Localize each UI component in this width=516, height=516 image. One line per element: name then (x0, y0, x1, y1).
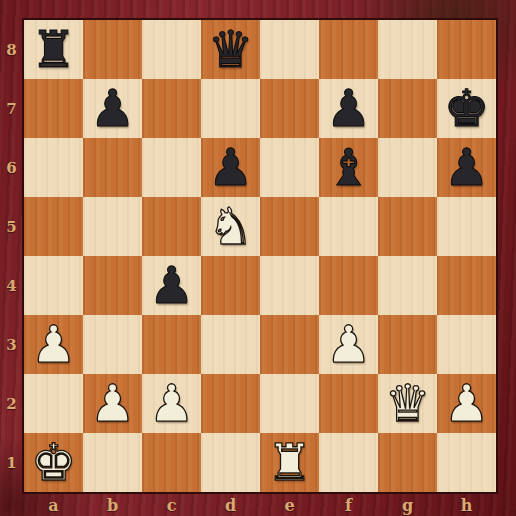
square-b3[interactable] (83, 315, 142, 374)
file-label-b: b (83, 494, 142, 516)
square-g5[interactable] (378, 197, 437, 256)
square-b5[interactable] (83, 197, 142, 256)
square-f2[interactable] (319, 374, 378, 433)
square-b4[interactable] (83, 256, 142, 315)
file-label-f: f (319, 494, 378, 516)
square-b6[interactable] (83, 138, 142, 197)
square-h5[interactable] (437, 197, 496, 256)
square-c8[interactable] (142, 20, 201, 79)
piece-white-queen-g2[interactable]: ♛ (378, 374, 437, 433)
square-f7[interactable]: ♟ (319, 79, 378, 138)
square-c4[interactable]: ♟ (142, 256, 201, 315)
rank-label-1: 1 (0, 433, 23, 492)
square-a1[interactable]: ♚ (24, 433, 83, 492)
square-g2[interactable]: ♛ (378, 374, 437, 433)
square-a7[interactable] (24, 79, 83, 138)
square-d7[interactable] (201, 79, 260, 138)
square-a3[interactable]: ♟ (24, 315, 83, 374)
square-g6[interactable] (378, 138, 437, 197)
file-label-h: h (437, 494, 496, 516)
square-c2[interactable]: ♟ (142, 374, 201, 433)
piece-black-pawn-d6[interactable]: ♟ (201, 138, 260, 197)
square-g7[interactable] (378, 79, 437, 138)
square-c3[interactable] (142, 315, 201, 374)
square-b1[interactable] (83, 433, 142, 492)
rank-label-4: 4 (0, 256, 23, 315)
square-f6[interactable]: ♝ (319, 138, 378, 197)
square-d2[interactable] (201, 374, 260, 433)
square-d4[interactable] (201, 256, 260, 315)
rank-label-8: 8 (0, 20, 23, 79)
square-e1[interactable]: ♜ (260, 433, 319, 492)
square-e8[interactable] (260, 20, 319, 79)
rank-label-3: 3 (0, 315, 23, 374)
square-b7[interactable]: ♟ (83, 79, 142, 138)
square-b8[interactable] (83, 20, 142, 79)
piece-white-rook-e1[interactable]: ♜ (260, 433, 319, 492)
square-g1[interactable] (378, 433, 437, 492)
square-d3[interactable] (201, 315, 260, 374)
file-label-e: e (260, 494, 319, 516)
piece-white-pawn-h2[interactable]: ♟ (437, 374, 496, 433)
square-f8[interactable] (319, 20, 378, 79)
piece-white-pawn-a3[interactable]: ♟ (24, 315, 83, 374)
square-c5[interactable] (142, 197, 201, 256)
file-label-d: d (201, 494, 260, 516)
piece-black-rook-a8[interactable]: ♜ (24, 20, 83, 79)
square-f4[interactable] (319, 256, 378, 315)
square-h4[interactable] (437, 256, 496, 315)
square-g4[interactable] (378, 256, 437, 315)
square-h8[interactable] (437, 20, 496, 79)
square-g8[interactable] (378, 20, 437, 79)
piece-black-king-h7[interactable]: ♚ (437, 79, 496, 138)
piece-black-pawn-c4[interactable]: ♟ (142, 256, 201, 315)
square-e5[interactable] (260, 197, 319, 256)
piece-black-queen-d8[interactable]: ♛ (201, 20, 260, 79)
square-f1[interactable] (319, 433, 378, 492)
square-b2[interactable]: ♟ (83, 374, 142, 433)
square-a8[interactable]: ♜ (24, 20, 83, 79)
square-c7[interactable] (142, 79, 201, 138)
square-d5[interactable]: ♞ (201, 197, 260, 256)
square-d1[interactable] (201, 433, 260, 492)
file-label-c: c (142, 494, 201, 516)
square-a2[interactable] (24, 374, 83, 433)
square-f5[interactable] (319, 197, 378, 256)
square-h1[interactable] (437, 433, 496, 492)
piece-white-king-a1[interactable]: ♚ (24, 433, 83, 492)
square-e7[interactable] (260, 79, 319, 138)
square-d8[interactable]: ♛ (201, 20, 260, 79)
square-h6[interactable]: ♟ (437, 138, 496, 197)
piece-white-knight-d5[interactable]: ♞ (201, 197, 260, 256)
square-d6[interactable]: ♟ (201, 138, 260, 197)
piece-black-pawn-f7[interactable]: ♟ (319, 79, 378, 138)
square-a5[interactable] (24, 197, 83, 256)
square-a4[interactable] (24, 256, 83, 315)
square-c1[interactable] (142, 433, 201, 492)
square-f3[interactable]: ♟ (319, 315, 378, 374)
piece-black-bishop-f6[interactable]: ♝ (319, 138, 378, 197)
square-a6[interactable] (24, 138, 83, 197)
square-h7[interactable]: ♚ (437, 79, 496, 138)
square-e2[interactable] (260, 374, 319, 433)
square-g3[interactable] (378, 315, 437, 374)
square-h2[interactable]: ♟ (437, 374, 496, 433)
square-e4[interactable] (260, 256, 319, 315)
rank-label-2: 2 (0, 374, 23, 433)
file-label-g: g (378, 494, 437, 516)
piece-black-pawn-b7[interactable]: ♟ (83, 79, 142, 138)
square-c6[interactable] (142, 138, 201, 197)
square-e6[interactable] (260, 138, 319, 197)
piece-white-pawn-f3[interactable]: ♟ (319, 315, 378, 374)
piece-black-pawn-h6[interactable]: ♟ (437, 138, 496, 197)
square-h3[interactable] (437, 315, 496, 374)
piece-white-pawn-b2[interactable]: ♟ (83, 374, 142, 433)
rank-label-6: 6 (0, 138, 23, 197)
board-frame: ♜♛♟♟♚♟♝♟♞♟♟♟♟♟♛♟♚♜ 87654321abcdefgh (0, 0, 516, 516)
piece-white-pawn-c2[interactable]: ♟ (142, 374, 201, 433)
rank-label-5: 5 (0, 197, 23, 256)
chess-board: ♜♛♟♟♚♟♝♟♞♟♟♟♟♟♛♟♚♜ (24, 20, 496, 492)
square-e3[interactable] (260, 315, 319, 374)
file-label-a: a (24, 494, 83, 516)
rank-label-7: 7 (0, 79, 23, 138)
